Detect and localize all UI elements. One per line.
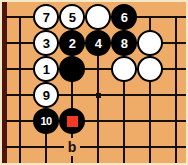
move-number: 3 (43, 36, 50, 49)
white-stone[interactable] (111, 56, 137, 82)
star-point (96, 93, 101, 98)
red-square-marker (67, 116, 78, 127)
white-stone-7[interactable]: 7 (33, 4, 59, 30)
black-stone-marked[interactable] (59, 108, 85, 134)
board-left-edge-bar (2, 2, 7, 163)
white-stone-1[interactable]: 1 (33, 56, 59, 82)
white-stone[interactable] (85, 4, 111, 30)
move-number: 4 (95, 36, 102, 49)
go-diagram: 75632481910b (0, 0, 188, 165)
white-stone[interactable] (137, 56, 163, 82)
black-stone-10[interactable]: 10 (33, 108, 59, 134)
black-stone-2[interactable]: 2 (59, 30, 85, 56)
white-stone-3[interactable]: 3 (33, 30, 59, 56)
move-number: 2 (69, 36, 76, 49)
point-label-b[interactable]: b (64, 138, 80, 156)
grid-hline-6 (6, 146, 186, 148)
move-number: 10 (40, 115, 51, 126)
move-number: 1 (43, 62, 50, 75)
move-number: 8 (121, 36, 128, 49)
grid-vline-1 (19, 16, 21, 163)
white-stone-5[interactable]: 5 (59, 4, 85, 30)
move-number: 7 (43, 10, 50, 23)
move-number: 5 (69, 10, 76, 23)
black-stone-4[interactable]: 4 (85, 30, 111, 56)
move-number: 6 (121, 10, 128, 23)
black-stone-8[interactable]: 8 (111, 30, 137, 56)
white-stone[interactable] (137, 30, 163, 56)
goban: 75632481910b (2, 2, 186, 163)
black-stone[interactable] (59, 56, 85, 82)
black-stone-6[interactable]: 6 (111, 4, 137, 30)
grid-vline-7 (175, 16, 177, 163)
white-stone-9[interactable]: 9 (33, 82, 59, 108)
move-number: 9 (43, 88, 50, 101)
